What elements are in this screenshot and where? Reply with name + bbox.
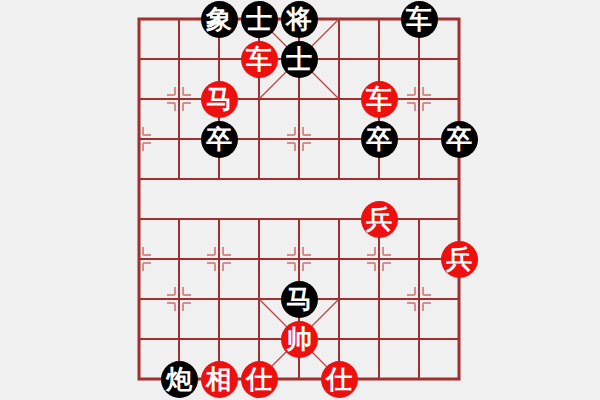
black-horse[interactable]: 马	[281, 281, 318, 318]
red-soldier[interactable]: 兵	[361, 201, 398, 238]
red-general[interactable]: 帅	[281, 321, 318, 358]
black-elephant[interactable]: 象	[201, 1, 238, 38]
red-soldier[interactable]: 兵	[441, 241, 478, 278]
red-chariot[interactable]: 车	[241, 41, 278, 78]
red-horse[interactable]: 马	[201, 81, 238, 118]
red-advisor[interactable]: 仕	[241, 361, 278, 398]
black-cannon[interactable]: 炮	[161, 361, 198, 398]
black-soldier[interactable]: 卒	[201, 121, 238, 158]
red-elephant[interactable]: 相	[201, 361, 238, 398]
red-advisor[interactable]: 仕	[321, 361, 358, 398]
black-general[interactable]: 将	[281, 1, 318, 38]
black-advisor[interactable]: 士	[281, 41, 318, 78]
pieces-layer: 象士将车车士马车卒卒卒兵兵马帅炮相仕仕	[119, 0, 479, 399]
black-advisor[interactable]: 士	[241, 1, 278, 38]
black-soldier[interactable]: 卒	[361, 121, 398, 158]
black-chariot[interactable]: 车	[401, 1, 438, 38]
red-chariot[interactable]: 车	[361, 81, 398, 118]
xiangqi-diagram: 象士将车车士马车卒卒卒兵兵马帅炮相仕仕	[0, 0, 600, 400]
black-soldier[interactable]: 卒	[441, 121, 478, 158]
